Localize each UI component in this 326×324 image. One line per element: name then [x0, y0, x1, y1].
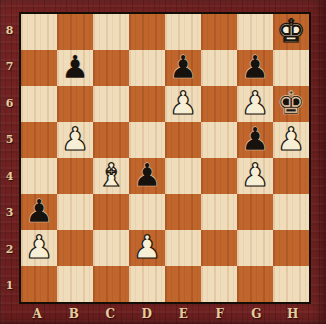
square-g5[interactable]: ♟: [237, 122, 273, 158]
board-frame: 87654321 ABCDEFGH ♚♟♟♟♟♟♚♟♟♟♝♟♟♟♟♟: [0, 0, 326, 324]
square-h2[interactable]: [273, 230, 309, 266]
square-g8[interactable]: [237, 14, 273, 50]
square-b3[interactable]: [57, 194, 93, 230]
square-d7[interactable]: [129, 50, 165, 86]
square-e1[interactable]: [165, 266, 201, 302]
square-g4[interactable]: ♟: [237, 158, 273, 194]
square-b4[interactable]: [57, 158, 93, 194]
square-d5[interactable]: [129, 122, 165, 158]
square-f4[interactable]: [201, 158, 237, 194]
rank-label-5: 5: [0, 122, 19, 159]
square-b8[interactable]: [57, 14, 93, 50]
square-a5[interactable]: [21, 122, 57, 158]
square-c6[interactable]: [93, 86, 129, 122]
square-d4[interactable]: ♟: [129, 158, 165, 194]
rank-labels: 87654321: [0, 12, 19, 304]
square-h5[interactable]: ♟: [273, 122, 309, 158]
white-pawn[interactable]: ♟: [61, 122, 90, 157]
square-g3[interactable]: [237, 194, 273, 230]
square-c2[interactable]: [93, 230, 129, 266]
square-e2[interactable]: [165, 230, 201, 266]
square-c7[interactable]: [93, 50, 129, 86]
square-e3[interactable]: [165, 194, 201, 230]
square-g7[interactable]: ♟: [237, 50, 273, 86]
square-d2[interactable]: ♟: [129, 230, 165, 266]
square-e8[interactable]: [165, 14, 201, 50]
square-h8[interactable]: ♚: [273, 14, 309, 50]
square-e7[interactable]: ♟: [165, 50, 201, 86]
square-c4[interactable]: ♝: [93, 158, 129, 194]
square-a6[interactable]: [21, 86, 57, 122]
white-king[interactable]: ♚: [277, 14, 306, 49]
square-f1[interactable]: [201, 266, 237, 302]
file-label-h: H: [275, 304, 312, 324]
black-pawn[interactable]: ♟: [133, 158, 162, 193]
file-label-g: G: [238, 304, 275, 324]
square-h3[interactable]: [273, 194, 309, 230]
white-pawn[interactable]: ♟: [277, 122, 306, 157]
square-c1[interactable]: [93, 266, 129, 302]
black-pawn[interactable]: ♟: [241, 50, 270, 85]
square-b1[interactable]: [57, 266, 93, 302]
white-pawn[interactable]: ♟: [169, 86, 198, 121]
black-pawn[interactable]: ♟: [25, 194, 54, 229]
square-g2[interactable]: [237, 230, 273, 266]
square-h4[interactable]: [273, 158, 309, 194]
file-label-d: D: [129, 304, 166, 324]
square-f3[interactable]: [201, 194, 237, 230]
square-h7[interactable]: [273, 50, 309, 86]
white-pawn[interactable]: ♟: [241, 86, 270, 121]
square-f2[interactable]: [201, 230, 237, 266]
square-f7[interactable]: [201, 50, 237, 86]
square-d1[interactable]: [129, 266, 165, 302]
square-e5[interactable]: [165, 122, 201, 158]
square-a3[interactable]: ♟: [21, 194, 57, 230]
square-c5[interactable]: [93, 122, 129, 158]
square-e4[interactable]: [165, 158, 201, 194]
square-a8[interactable]: [21, 14, 57, 50]
file-labels: ABCDEFGH: [19, 304, 311, 324]
black-pawn[interactable]: ♟: [169, 50, 198, 85]
square-f6[interactable]: [201, 86, 237, 122]
rank-label-1: 1: [0, 268, 19, 305]
rank-label-6: 6: [0, 85, 19, 122]
black-pawn[interactable]: ♟: [241, 122, 270, 157]
white-pawn[interactable]: ♟: [241, 158, 270, 193]
square-b6[interactable]: [57, 86, 93, 122]
rank-label-8: 8: [0, 12, 19, 49]
square-c8[interactable]: [93, 14, 129, 50]
square-f5[interactable]: [201, 122, 237, 158]
square-c3[interactable]: [93, 194, 129, 230]
square-h6[interactable]: ♚: [273, 86, 309, 122]
square-h1[interactable]: [273, 266, 309, 302]
square-d6[interactable]: [129, 86, 165, 122]
rank-label-3: 3: [0, 195, 19, 232]
square-e6[interactable]: ♟: [165, 86, 201, 122]
white-bishop[interactable]: ♝: [97, 158, 126, 193]
black-king[interactable]: ♚: [277, 86, 306, 121]
black-pawn[interactable]: ♟: [61, 50, 90, 85]
file-label-f: F: [202, 304, 239, 324]
rank-label-2: 2: [0, 231, 19, 268]
file-label-e: E: [165, 304, 202, 324]
white-pawn[interactable]: ♟: [25, 230, 54, 265]
square-b7[interactable]: ♟: [57, 50, 93, 86]
square-f8[interactable]: [201, 14, 237, 50]
square-d8[interactable]: [129, 14, 165, 50]
file-label-c: C: [92, 304, 129, 324]
square-b5[interactable]: ♟: [57, 122, 93, 158]
square-a7[interactable]: [21, 50, 57, 86]
square-d3[interactable]: [129, 194, 165, 230]
chess-board: ♚♟♟♟♟♟♚♟♟♟♝♟♟♟♟♟: [19, 12, 311, 304]
square-a2[interactable]: ♟: [21, 230, 57, 266]
white-pawn[interactable]: ♟: [133, 230, 162, 265]
square-a1[interactable]: [21, 266, 57, 302]
square-a4[interactable]: [21, 158, 57, 194]
file-label-a: A: [19, 304, 56, 324]
rank-label-7: 7: [0, 49, 19, 86]
file-label-b: B: [56, 304, 93, 324]
rank-label-4: 4: [0, 158, 19, 195]
square-g1[interactable]: [237, 266, 273, 302]
square-g6[interactable]: ♟: [237, 86, 273, 122]
square-b2[interactable]: [57, 230, 93, 266]
